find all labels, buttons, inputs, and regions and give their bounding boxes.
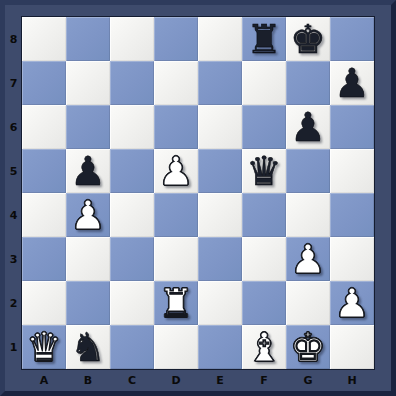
square-c4[interactable] [110, 193, 154, 237]
square-h5[interactable] [330, 149, 374, 193]
piece-white-pawn-g3[interactable]: ♟ [290, 237, 326, 281]
square-a4[interactable] [22, 193, 66, 237]
piece-white-pawn-h2[interactable]: ♟ [334, 281, 370, 325]
square-b7[interactable] [66, 61, 110, 105]
square-d5[interactable]: ♟ [154, 149, 198, 193]
rank-label-6: 6 [5, 105, 22, 149]
square-c2[interactable] [110, 281, 154, 325]
square-e5[interactable] [198, 149, 242, 193]
square-g4[interactable] [286, 193, 330, 237]
square-c1[interactable] [110, 325, 154, 369]
square-f2[interactable] [242, 281, 286, 325]
square-b2[interactable] [66, 281, 110, 325]
square-f4[interactable] [242, 193, 286, 237]
file-label-h: H [330, 369, 374, 391]
square-h7[interactable]: ♟ [330, 61, 374, 105]
square-d2[interactable]: ♜ [154, 281, 198, 325]
square-f8[interactable]: ♜ [242, 17, 286, 61]
square-e7[interactable] [198, 61, 242, 105]
square-d7[interactable] [154, 61, 198, 105]
square-e1[interactable] [198, 325, 242, 369]
piece-black-pawn-b5[interactable]: ♟ [70, 149, 106, 193]
square-g7[interactable] [286, 61, 330, 105]
file-label-f: F [242, 369, 286, 391]
file-label-a: A [22, 369, 66, 391]
square-h6[interactable] [330, 105, 374, 149]
square-b1[interactable]: ♞ [66, 325, 110, 369]
square-a1[interactable]: ♛ [22, 325, 66, 369]
piece-white-bishop-f1[interactable]: ♝ [246, 325, 282, 369]
square-h3[interactable] [330, 237, 374, 281]
square-e2[interactable] [198, 281, 242, 325]
piece-white-king-g1[interactable]: ♚ [290, 325, 326, 369]
square-b5[interactable]: ♟ [66, 149, 110, 193]
file-label-c: C [110, 369, 154, 391]
rank-label-8: 8 [5, 17, 22, 61]
rank-label-3: 3 [5, 237, 22, 281]
square-a6[interactable] [22, 105, 66, 149]
square-g3[interactable]: ♟ [286, 237, 330, 281]
square-b8[interactable] [66, 17, 110, 61]
piece-black-pawn-g6[interactable]: ♟ [290, 105, 326, 149]
square-e4[interactable] [198, 193, 242, 237]
chess-board: ♜♚♟♟♟♟♛♟♟♜♟♛♞♝♚ [22, 17, 374, 369]
rank-label-2: 2 [5, 281, 22, 325]
square-d1[interactable] [154, 325, 198, 369]
piece-black-rook-f8[interactable]: ♜ [246, 17, 282, 61]
square-a7[interactable] [22, 61, 66, 105]
square-e3[interactable] [198, 237, 242, 281]
square-e8[interactable] [198, 17, 242, 61]
square-f5[interactable]: ♛ [242, 149, 286, 193]
file-label-d: D [154, 369, 198, 391]
square-c6[interactable] [110, 105, 154, 149]
rank-label-5: 5 [5, 149, 22, 193]
piece-white-pawn-b4[interactable]: ♟ [70, 193, 106, 237]
square-a3[interactable] [22, 237, 66, 281]
square-g2[interactable] [286, 281, 330, 325]
piece-white-queen-a1[interactable]: ♛ [26, 325, 62, 369]
square-d6[interactable] [154, 105, 198, 149]
square-g6[interactable]: ♟ [286, 105, 330, 149]
piece-black-queen-f5[interactable]: ♛ [246, 149, 282, 193]
square-h8[interactable] [330, 17, 374, 61]
file-labels: ABCDEFGH [22, 369, 374, 391]
square-b4[interactable]: ♟ [66, 193, 110, 237]
rank-label-1: 1 [5, 325, 22, 369]
square-g5[interactable] [286, 149, 330, 193]
square-f3[interactable] [242, 237, 286, 281]
square-a2[interactable] [22, 281, 66, 325]
square-g8[interactable]: ♚ [286, 17, 330, 61]
square-f7[interactable] [242, 61, 286, 105]
piece-white-rook-d2[interactable]: ♜ [158, 281, 194, 325]
square-c5[interactable] [110, 149, 154, 193]
file-label-g: G [286, 369, 330, 391]
square-d8[interactable] [154, 17, 198, 61]
rank-labels: 87654321 [5, 17, 22, 369]
file-label-b: B [66, 369, 110, 391]
square-c3[interactable] [110, 237, 154, 281]
file-label-e: E [198, 369, 242, 391]
square-b3[interactable] [66, 237, 110, 281]
square-d3[interactable] [154, 237, 198, 281]
square-c7[interactable] [110, 61, 154, 105]
rank-label-7: 7 [5, 61, 22, 105]
chess-board-frame: 87654321 ♜♚♟♟♟♟♛♟♟♜♟♛♞♝♚ ABCDEFGH [0, 0, 396, 396]
square-g1[interactable]: ♚ [286, 325, 330, 369]
square-b6[interactable] [66, 105, 110, 149]
piece-black-king-g8[interactable]: ♚ [290, 17, 326, 61]
square-f6[interactable] [242, 105, 286, 149]
square-a5[interactable] [22, 149, 66, 193]
piece-black-knight-b1[interactable]: ♞ [70, 325, 106, 369]
square-e6[interactable] [198, 105, 242, 149]
piece-black-pawn-h7[interactable]: ♟ [334, 61, 370, 105]
square-d4[interactable] [154, 193, 198, 237]
square-h1[interactable] [330, 325, 374, 369]
square-h2[interactable]: ♟ [330, 281, 374, 325]
square-a8[interactable] [22, 17, 66, 61]
square-f1[interactable]: ♝ [242, 325, 286, 369]
piece-white-pawn-d5[interactable]: ♟ [158, 149, 194, 193]
square-h4[interactable] [330, 193, 374, 237]
rank-label-4: 4 [5, 193, 22, 237]
square-c8[interactable] [110, 17, 154, 61]
